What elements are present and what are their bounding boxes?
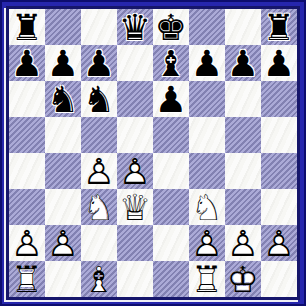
square-a5[interactable] xyxy=(9,117,45,153)
square-b5[interactable] xyxy=(45,117,81,153)
square-g2[interactable]: ♟♙ xyxy=(225,225,261,261)
square-c6[interactable]: ♞ xyxy=(81,81,117,117)
square-e1[interactable] xyxy=(153,261,189,297)
white-king-g1[interactable]: ♔ xyxy=(225,261,261,297)
white-rook-f1[interactable]: ♖ xyxy=(189,261,225,297)
black-king-e8[interactable]: ♚ xyxy=(153,9,189,45)
square-e8[interactable]: ♚ xyxy=(153,9,189,45)
square-g8[interactable] xyxy=(225,9,261,45)
square-e4[interactable] xyxy=(153,153,189,189)
black-bishop-e7[interactable]: ♝ xyxy=(153,45,189,81)
chess-board: ♜♛♚♜♟♟♟♝♟♟♟♞♞♟♟♙♟♙♞♘♛♕♞♘♟♙♟♙♟♙♟♙♟♙♜♖♝♗♜♖… xyxy=(6,6,300,300)
square-a6[interactable] xyxy=(9,81,45,117)
white-queen-d3[interactable]: ♕ xyxy=(117,189,153,225)
white-pawn-h2[interactable]: ♙ xyxy=(261,225,297,261)
white-pawn-b2[interactable]: ♙ xyxy=(45,225,81,261)
black-rook-h8[interactable]: ♜ xyxy=(261,9,297,45)
square-d1[interactable] xyxy=(117,261,153,297)
square-h2[interactable]: ♟♙ xyxy=(261,225,297,261)
square-a8[interactable]: ♜ xyxy=(9,9,45,45)
black-pawn-e6[interactable]: ♟ xyxy=(153,81,189,117)
square-b2[interactable]: ♟♙ xyxy=(45,225,81,261)
board-frame: ♜♛♚♜♟♟♟♝♟♟♟♞♞♟♟♙♟♙♞♘♛♕♞♘♟♙♟♙♟♙♟♙♟♙♜♖♝♗♜♖… xyxy=(0,0,306,306)
square-d5[interactable] xyxy=(117,117,153,153)
square-b3[interactable] xyxy=(45,189,81,225)
square-c1[interactable]: ♝♗ xyxy=(81,261,117,297)
square-c2[interactable] xyxy=(81,225,117,261)
square-d3[interactable]: ♛♕ xyxy=(117,189,153,225)
square-b4[interactable] xyxy=(45,153,81,189)
square-b8[interactable] xyxy=(45,9,81,45)
square-g4[interactable] xyxy=(225,153,261,189)
square-f4[interactable] xyxy=(189,153,225,189)
square-b6[interactable]: ♞ xyxy=(45,81,81,117)
square-c3[interactable]: ♞♘ xyxy=(81,189,117,225)
square-f2[interactable]: ♟♙ xyxy=(189,225,225,261)
square-g7[interactable]: ♟ xyxy=(225,45,261,81)
square-d7[interactable] xyxy=(117,45,153,81)
square-g5[interactable] xyxy=(225,117,261,153)
square-f1[interactable]: ♜♖ xyxy=(189,261,225,297)
white-pawn-g2[interactable]: ♙ xyxy=(225,225,261,261)
black-pawn-b7[interactable]: ♟ xyxy=(45,45,81,81)
square-e7[interactable]: ♝ xyxy=(153,45,189,81)
square-c5[interactable] xyxy=(81,117,117,153)
square-d4[interactable]: ♟♙ xyxy=(117,153,153,189)
square-b7[interactable]: ♟ xyxy=(45,45,81,81)
black-rook-a8[interactable]: ♜ xyxy=(9,9,45,45)
square-h7[interactable]: ♟ xyxy=(261,45,297,81)
square-c4[interactable]: ♟♙ xyxy=(81,153,117,189)
white-knight-f3[interactable]: ♘ xyxy=(189,189,225,225)
square-e5[interactable] xyxy=(153,117,189,153)
square-a1[interactable]: ♜♖ xyxy=(9,261,45,297)
white-pawn-f2[interactable]: ♙ xyxy=(189,225,225,261)
black-pawn-c7[interactable]: ♟ xyxy=(81,45,117,81)
square-h5[interactable] xyxy=(261,117,297,153)
white-pawn-a2[interactable]: ♙ xyxy=(9,225,45,261)
black-pawn-a7[interactable]: ♟ xyxy=(9,45,45,81)
square-c8[interactable] xyxy=(81,9,117,45)
square-a2[interactable]: ♟♙ xyxy=(9,225,45,261)
square-c7[interactable]: ♟ xyxy=(81,45,117,81)
square-g6[interactable] xyxy=(225,81,261,117)
black-pawn-g7[interactable]: ♟ xyxy=(225,45,261,81)
square-e6[interactable]: ♟ xyxy=(153,81,189,117)
square-d8[interactable]: ♛ xyxy=(117,9,153,45)
square-d6[interactable] xyxy=(117,81,153,117)
square-e2[interactable] xyxy=(153,225,189,261)
square-b1[interactable] xyxy=(45,261,81,297)
square-f6[interactable] xyxy=(189,81,225,117)
black-queen-d8[interactable]: ♛ xyxy=(117,9,153,45)
square-h4[interactable] xyxy=(261,153,297,189)
square-f3[interactable]: ♞♘ xyxy=(189,189,225,225)
black-pawn-f7[interactable]: ♟ xyxy=(189,45,225,81)
square-h3[interactable] xyxy=(261,189,297,225)
square-e3[interactable] xyxy=(153,189,189,225)
white-rook-a1[interactable]: ♖ xyxy=(9,261,45,297)
square-f8[interactable] xyxy=(189,9,225,45)
black-knight-b6[interactable]: ♞ xyxy=(45,81,81,117)
square-a7[interactable]: ♟ xyxy=(9,45,45,81)
square-f5[interactable] xyxy=(189,117,225,153)
square-d2[interactable] xyxy=(117,225,153,261)
square-h1[interactable] xyxy=(261,261,297,297)
white-bishop-c1[interactable]: ♗ xyxy=(81,261,117,297)
square-h8[interactable]: ♜ xyxy=(261,9,297,45)
black-pawn-h7[interactable]: ♟ xyxy=(261,45,297,81)
square-g3[interactable] xyxy=(225,189,261,225)
white-pawn-d4[interactable]: ♙ xyxy=(117,153,153,189)
white-pawn-c4[interactable]: ♙ xyxy=(81,153,117,189)
square-a4[interactable] xyxy=(9,153,45,189)
black-knight-c6[interactable]: ♞ xyxy=(81,81,117,117)
square-a3[interactable] xyxy=(9,189,45,225)
white-knight-c3[interactable]: ♘ xyxy=(81,189,117,225)
square-f7[interactable]: ♟ xyxy=(189,45,225,81)
square-h6[interactable] xyxy=(261,81,297,117)
square-g1[interactable]: ♚♔ xyxy=(225,261,261,297)
